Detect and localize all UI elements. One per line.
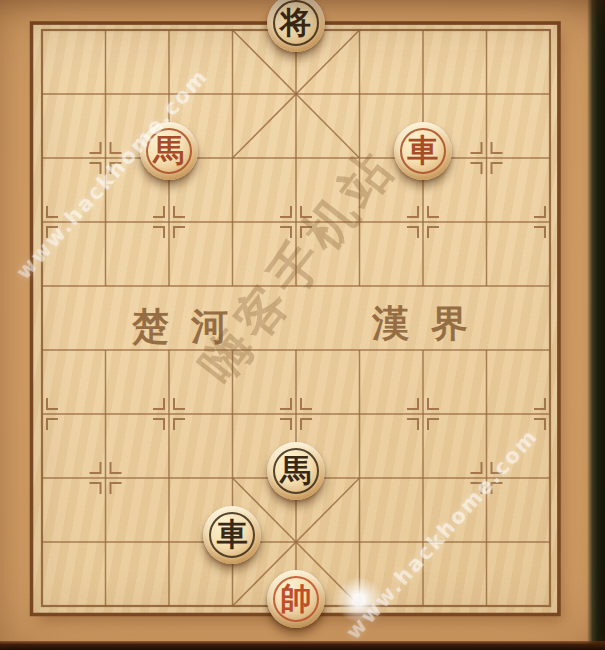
board-grid[interactable]: 将馬車馬車帥 [10, 0, 582, 638]
piece-red-general[interactable]: 帥 [267, 570, 325, 628]
piece-black-general[interactable]: 将 [267, 0, 325, 52]
screen-edge-bottom [0, 641, 605, 650]
xiangqi-board-screen: 楚河 漢界 嗨客手机站 将馬車馬車帥 www.hackhome.com www.… [0, 0, 605, 650]
piece-glyph: 帥 [280, 583, 311, 614]
piece-red-horse[interactable]: 馬 [140, 122, 198, 180]
move-indicator-glow[interactable] [336, 577, 382, 623]
screen-edge-right [587, 0, 605, 650]
piece-red-chariot[interactable]: 車 [394, 122, 452, 180]
piece-black-horse[interactable]: 馬 [267, 442, 325, 500]
piece-glyph: 車 [407, 135, 438, 166]
piece-glyph: 馬 [153, 135, 184, 166]
piece-glyph: 車 [217, 519, 248, 550]
piece-black-chariot[interactable]: 車 [203, 506, 261, 564]
piece-glyph: 馬 [280, 455, 311, 486]
piece-glyph: 将 [280, 7, 311, 38]
